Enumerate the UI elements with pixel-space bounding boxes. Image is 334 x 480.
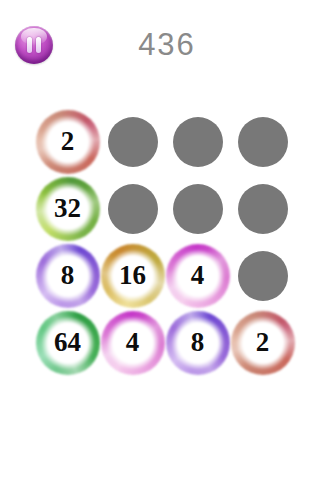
board-cell bbox=[165, 175, 230, 242]
score-display: 436 bbox=[0, 27, 334, 63]
tile-number: 8 bbox=[36, 244, 100, 308]
tile-number: 64 bbox=[36, 311, 100, 375]
board-cell bbox=[230, 175, 295, 242]
board-cell bbox=[100, 175, 165, 242]
tile-8: 8 bbox=[36, 244, 100, 308]
tile-number: 32 bbox=[36, 177, 100, 241]
tile-32: 32 bbox=[36, 177, 100, 241]
tile-64: 64 bbox=[36, 311, 100, 375]
tile-number: 8 bbox=[166, 311, 230, 375]
tile-number: 2 bbox=[231, 311, 295, 375]
board[interactable]: 232816464482 bbox=[35, 108, 295, 376]
empty-cell bbox=[108, 117, 158, 167]
board-cell: 2 bbox=[35, 108, 100, 175]
empty-cell bbox=[238, 251, 288, 301]
board-cell: 4 bbox=[100, 309, 165, 376]
empty-cell bbox=[173, 184, 223, 234]
tile-2: 2 bbox=[36, 110, 100, 174]
board-cell: 8 bbox=[35, 242, 100, 309]
board-cell bbox=[100, 108, 165, 175]
board-cell bbox=[230, 108, 295, 175]
empty-cell bbox=[238, 117, 288, 167]
tile-number: 4 bbox=[166, 244, 230, 308]
board-cell: 64 bbox=[35, 309, 100, 376]
tile-4: 4 bbox=[166, 244, 230, 308]
tile-number: 16 bbox=[101, 244, 165, 308]
board-cell bbox=[165, 108, 230, 175]
empty-cell bbox=[108, 184, 158, 234]
tile-16: 16 bbox=[101, 244, 165, 308]
game-screen: 436 232816464482 bbox=[0, 0, 334, 480]
board-cell: 16 bbox=[100, 242, 165, 309]
board-cell: 2 bbox=[230, 309, 295, 376]
tile-8: 8 bbox=[166, 311, 230, 375]
tile-number: 2 bbox=[36, 110, 100, 174]
empty-cell bbox=[238, 184, 288, 234]
board-cell: 8 bbox=[165, 309, 230, 376]
tile-number: 4 bbox=[101, 311, 165, 375]
tile-2: 2 bbox=[231, 311, 295, 375]
board-cell bbox=[230, 242, 295, 309]
empty-cell bbox=[173, 117, 223, 167]
board-cell: 4 bbox=[165, 242, 230, 309]
tile-4: 4 bbox=[101, 311, 165, 375]
board-cell: 32 bbox=[35, 175, 100, 242]
